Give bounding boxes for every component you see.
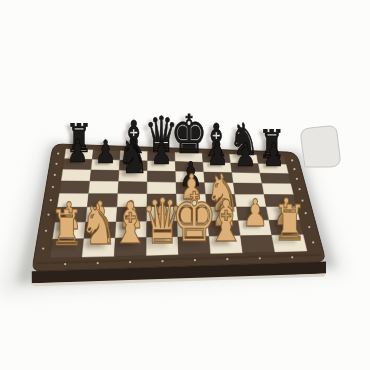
square-c6 [119,171,148,183]
border-dot-right-6 [305,212,307,214]
square-h6 [260,173,291,184]
square-h2 [269,220,303,235]
border-dot-left-1 [57,153,59,155]
border-dot-left-2 [55,163,57,165]
square-h3 [266,207,299,221]
square-f1 [209,236,243,254]
square-d6 [147,171,176,182]
square-a7 [63,159,92,170]
border-dot-front-8 [291,256,293,258]
square-e2 [177,221,209,237]
square-f7 [203,162,232,172]
square-e4 [176,194,206,207]
square-c4 [117,194,147,207]
border-dot-front-1 [64,263,66,265]
border-dot-left-8 [42,248,44,250]
square-b7 [91,160,120,171]
square-g3 [237,207,269,221]
chess-board [0,0,370,370]
square-g5 [233,183,264,195]
square-e5 [176,182,206,194]
square-b8 [92,150,120,160]
square-f2 [208,221,241,237]
square-c3 [116,207,147,222]
square-a8 [65,149,94,160]
square-f3 [207,207,239,221]
border-dot-left-7 [45,230,47,232]
square-a2 [53,222,86,239]
square-d7 [148,161,176,172]
border-dot-left-5 [50,199,52,201]
square-g6 [232,173,262,184]
square-b5 [89,181,119,194]
square-g7 [231,163,260,173]
square-g2 [238,220,271,236]
chessboard-product-photo: ♜♝♛♚♝♞♜♟♟♟♟♟♟♟♞♟♟♞♟♟♟♟♟♟♟♜♞♝♛♚♝♜ [0,0,370,370]
square-d4 [147,194,177,207]
square-a5 [60,181,91,194]
border-dot-front-4 [161,260,163,262]
square-g8 [230,154,259,164]
square-a4 [57,194,88,208]
border-dot-front-5 [194,259,196,261]
square-c1 [114,238,146,257]
square-c8 [120,151,148,161]
square-b3 [86,207,117,222]
border-dot-right-2 [293,168,295,170]
border-dot-right-1 [291,159,293,161]
border-dot-front-2 [97,262,99,264]
square-f5 [205,183,235,195]
square-h4 [264,195,296,207]
square-a3 [55,207,87,222]
border-dot-left-6 [47,214,49,216]
square-e8 [175,153,203,163]
square-d2 [147,221,178,237]
border-dot-right-8 [312,241,314,243]
square-d3 [147,207,178,222]
square-h8 [257,155,286,164]
square-e6 [176,172,205,183]
square-a1 [50,239,84,258]
square-e3 [177,207,208,221]
square-b4 [87,194,118,208]
square-g4 [235,195,267,207]
border-dot-front-7 [259,257,261,259]
square-d1 [146,237,178,255]
square-f6 [204,172,234,183]
square-d5 [147,182,176,194]
square-c2 [115,222,147,239]
square-b6 [90,170,119,182]
border-dot-right-7 [308,226,310,228]
border-dot-right-3 [296,178,298,180]
border-dot-left-3 [54,174,56,176]
square-h7 [258,164,288,174]
square-f8 [202,153,230,163]
square-f4 [206,194,237,207]
border-dot-front-6 [226,258,228,260]
square-h1 [272,235,307,252]
square-e1 [178,236,211,254]
cable [301,126,340,167]
square-c7 [119,160,147,171]
square-a6 [61,169,91,181]
square-e7 [175,162,204,173]
square-b1 [82,238,115,257]
square-c5 [118,182,147,194]
border-dot-front-3 [129,261,131,263]
square-b2 [84,222,116,239]
square-d8 [148,152,176,162]
border-dot-right-5 [301,200,303,202]
border-dot-right-4 [299,188,301,190]
square-h5 [262,183,293,194]
square-g1 [241,235,275,253]
border-dot-left-4 [52,186,54,188]
